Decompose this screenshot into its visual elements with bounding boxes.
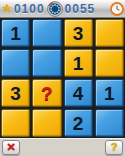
bottom-toolbar: ✕ ? — [0, 138, 125, 156]
cell-r4c2[interactable] — [32, 109, 61, 137]
cell-r1c3[interactable]: 3 — [64, 19, 93, 47]
star-icon: ★ — [2, 3, 12, 14]
clock-icon — [110, 2, 124, 16]
progress-wheel-icon — [47, 1, 63, 17]
cell-r4c3[interactable]: 2 — [64, 109, 93, 137]
hint-button[interactable]: ? — [105, 140, 123, 155]
cell-r2c1[interactable] — [1, 49, 30, 77]
cell-r1c2[interactable] — [32, 19, 61, 47]
sudoku-game-screen: ★ 0100 0055 1313? — [0, 0, 125, 156]
cell-r3c3[interactable]: 4 — [64, 79, 93, 107]
timer-display: 0055 — [65, 2, 96, 16]
score-display: 0100 — [14, 2, 45, 16]
cell-r3c1[interactable]: 3 — [1, 79, 30, 107]
cell-r2c2[interactable] — [32, 49, 61, 77]
sudoku-board: 1313?412 — [0, 18, 125, 138]
cell-r2c3[interactable]: 1 — [64, 49, 93, 77]
cell-r3c2[interactable]: ? — [32, 79, 61, 107]
cell-r4c4[interactable] — [95, 109, 124, 137]
close-button[interactable]: ✕ — [2, 140, 20, 155]
cell-r1c4[interactable] — [95, 19, 124, 47]
cell-r1c1[interactable]: 1 — [1, 19, 30, 47]
status-bar: ★ 0100 0055 — [0, 0, 125, 18]
cell-r4c1[interactable] — [1, 109, 30, 137]
cell-r2c4[interactable] — [95, 49, 124, 77]
cell-r3c4[interactable]: 1 — [95, 79, 124, 107]
